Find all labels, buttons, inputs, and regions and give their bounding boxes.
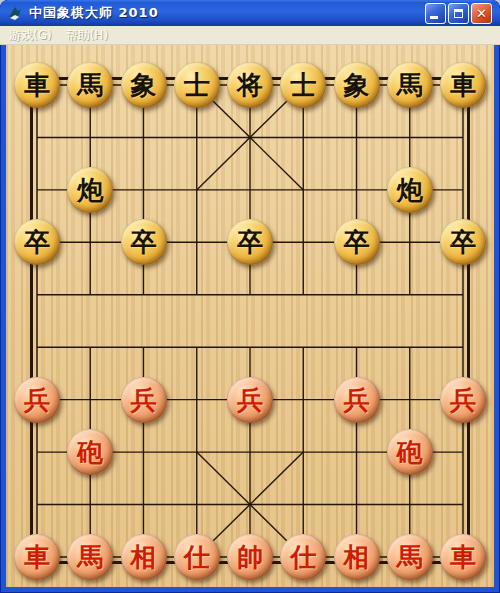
xiangqi-board[interactable]: 車馬象士将士象馬車炮炮卒卒卒卒卒兵兵兵兵兵砲砲車馬相仕帥仕相馬車 bbox=[6, 45, 494, 587]
piece-char: 卒 bbox=[24, 229, 50, 255]
piece-red-soldier[interactable]: 兵 bbox=[334, 377, 380, 423]
piece-char: 兵 bbox=[237, 387, 263, 413]
close-button[interactable]: ✕ bbox=[471, 3, 492, 24]
piece-char: 兵 bbox=[131, 387, 157, 413]
piece-char: 相 bbox=[344, 544, 370, 570]
piece-red-soldier[interactable]: 兵 bbox=[440, 377, 486, 423]
maximize-icon bbox=[454, 9, 463, 18]
piece-black-chariot[interactable]: 車 bbox=[440, 62, 486, 108]
piece-char: 象 bbox=[131, 72, 157, 98]
piece-red-soldier[interactable]: 兵 bbox=[14, 377, 60, 423]
piece-black-cannon[interactable]: 炮 bbox=[67, 167, 113, 213]
minimize-button[interactable] bbox=[425, 3, 446, 24]
piece-char: 卒 bbox=[450, 229, 476, 255]
piece-char: 炮 bbox=[77, 177, 103, 203]
piece-black-soldier[interactable]: 卒 bbox=[440, 219, 486, 265]
piece-char: 馬 bbox=[397, 544, 423, 570]
piece-black-cannon[interactable]: 炮 bbox=[387, 167, 433, 213]
piece-black-elephant[interactable]: 象 bbox=[334, 62, 380, 108]
piece-black-soldier[interactable]: 卒 bbox=[121, 219, 167, 265]
piece-red-horse[interactable]: 馬 bbox=[387, 534, 433, 580]
piece-char: 車 bbox=[450, 544, 476, 570]
pieces-layer: 車馬象士将士象馬車炮炮卒卒卒卒卒兵兵兵兵兵砲砲車馬相仕帥仕相馬車 bbox=[10, 59, 489, 583]
piece-char: 卒 bbox=[344, 229, 370, 255]
app-icon bbox=[6, 4, 24, 22]
piece-black-horse[interactable]: 馬 bbox=[387, 62, 433, 108]
piece-red-elephant[interactable]: 相 bbox=[334, 534, 380, 580]
piece-black-horse[interactable]: 馬 bbox=[67, 62, 113, 108]
piece-char: 卒 bbox=[237, 229, 263, 255]
piece-char: 砲 bbox=[397, 439, 423, 465]
menu-item-game[interactable]: 游戏(G) bbox=[2, 26, 59, 45]
piece-red-soldier[interactable]: 兵 bbox=[121, 377, 167, 423]
piece-black-general[interactable]: 将 bbox=[227, 62, 273, 108]
piece-char: 車 bbox=[24, 72, 50, 98]
piece-red-advisor[interactable]: 仕 bbox=[174, 534, 220, 580]
maximize-button[interactable] bbox=[448, 3, 469, 24]
piece-char: 馬 bbox=[77, 544, 103, 570]
piece-char: 馬 bbox=[77, 72, 103, 98]
piece-char: 兵 bbox=[450, 387, 476, 413]
piece-char: 士 bbox=[290, 72, 316, 98]
piece-black-soldier[interactable]: 卒 bbox=[227, 219, 273, 265]
piece-black-advisor[interactable]: 士 bbox=[280, 62, 326, 108]
piece-char: 仕 bbox=[184, 544, 210, 570]
piece-char: 馬 bbox=[397, 72, 423, 98]
piece-char: 仕 bbox=[290, 544, 316, 570]
piece-char: 兵 bbox=[24, 387, 50, 413]
piece-char: 車 bbox=[24, 544, 50, 570]
piece-char: 象 bbox=[344, 72, 370, 98]
window-controls: ✕ bbox=[425, 3, 492, 24]
piece-char: 卒 bbox=[131, 229, 157, 255]
piece-char: 炮 bbox=[397, 177, 423, 203]
piece-red-elephant[interactable]: 相 bbox=[121, 534, 167, 580]
piece-black-elephant[interactable]: 象 bbox=[121, 62, 167, 108]
piece-char: 兵 bbox=[344, 387, 370, 413]
piece-char: 砲 bbox=[77, 439, 103, 465]
piece-black-chariot[interactable]: 車 bbox=[14, 62, 60, 108]
piece-red-cannon[interactable]: 砲 bbox=[387, 429, 433, 475]
piece-red-general[interactable]: 帥 bbox=[227, 534, 273, 580]
piece-char: 帥 bbox=[237, 544, 263, 570]
minimize-icon bbox=[430, 16, 438, 19]
menubar: 游戏(G) 帮助(H) bbox=[0, 26, 500, 45]
app-window: 中国象棋大师 2010 ✕ 游戏(G) 帮助(H) 車馬象士将士象馬車炮炮卒卒卒… bbox=[0, 0, 500, 593]
piece-red-advisor[interactable]: 仕 bbox=[280, 534, 326, 580]
piece-black-advisor[interactable]: 士 bbox=[174, 62, 220, 108]
piece-red-cannon[interactable]: 砲 bbox=[67, 429, 113, 475]
piece-char: 士 bbox=[184, 72, 210, 98]
piece-char: 車 bbox=[450, 72, 476, 98]
piece-red-soldier[interactable]: 兵 bbox=[227, 377, 273, 423]
titlebar: 中国象棋大师 2010 ✕ bbox=[0, 0, 500, 26]
piece-black-soldier[interactable]: 卒 bbox=[334, 219, 380, 265]
close-icon: ✕ bbox=[476, 7, 487, 20]
piece-red-horse[interactable]: 馬 bbox=[67, 534, 113, 580]
piece-red-chariot[interactable]: 車 bbox=[440, 534, 486, 580]
piece-char: 相 bbox=[131, 544, 157, 570]
piece-black-soldier[interactable]: 卒 bbox=[14, 219, 60, 265]
piece-red-chariot[interactable]: 車 bbox=[14, 534, 60, 580]
menu-item-help[interactable]: 帮助(H) bbox=[59, 26, 115, 45]
window-title: 中国象棋大师 2010 bbox=[29, 4, 425, 22]
piece-char: 将 bbox=[237, 72, 263, 98]
